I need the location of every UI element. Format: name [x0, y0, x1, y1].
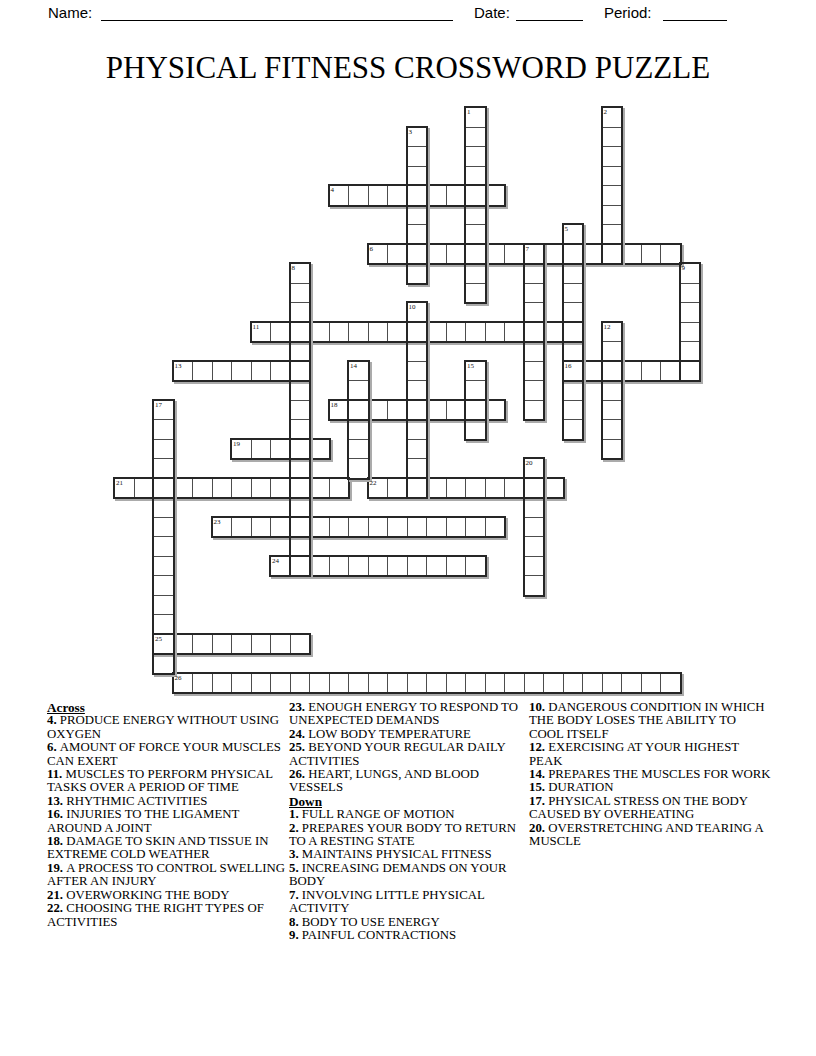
crossword-grid: 1234567891011121314151617181920212223242… — [114, 107, 702, 695]
cell-number-17: 17 — [155, 402, 162, 409]
clue-number-label: 2. — [289, 821, 302, 835]
grid-cell[interactable] — [290, 341, 311, 362]
period-label: Period: — [604, 4, 652, 21]
cell-number-2: 2 — [604, 109, 608, 116]
grid-cell[interactable] — [251, 634, 272, 655]
grid-cell[interactable] — [387, 556, 408, 577]
grid-cell[interactable] — [153, 419, 174, 440]
grid-cell[interactable] — [173, 634, 194, 655]
grid-cell[interactable] — [524, 263, 545, 284]
grid-cell[interactable] — [348, 517, 369, 538]
grid-cell[interactable] — [212, 361, 233, 382]
grid-cell[interactable] — [407, 244, 428, 265]
grid-cell[interactable] — [251, 673, 272, 694]
grid-cell[interactable] — [524, 380, 545, 401]
grid-cell[interactable] — [270, 634, 291, 655]
grid-cell[interactable] — [446, 185, 467, 206]
cell-number-8: 8 — [292, 265, 296, 272]
grid-cell[interactable] — [290, 556, 311, 577]
grid-cell[interactable] — [524, 283, 545, 304]
grid-cell[interactable] — [270, 439, 291, 460]
across-heading: Across — [47, 701, 285, 714]
grid-cell[interactable] — [602, 224, 623, 245]
grid-cell[interactable] — [329, 322, 350, 343]
grid-cell[interactable] — [446, 322, 467, 343]
grid-cell[interactable] — [270, 478, 291, 499]
grid-cell[interactable] — [621, 673, 642, 694]
cell-number-13: 13 — [175, 363, 182, 370]
clue-number-label: 8. — [289, 915, 302, 929]
cell-number-5: 5 — [565, 226, 569, 233]
grid-cell[interactable] — [407, 146, 428, 167]
grid-cell[interactable] — [446, 478, 467, 499]
clue-21: 21. OVERWORKING THE BODY — [47, 889, 285, 902]
grid-cell[interactable] — [582, 244, 603, 265]
grid-cell[interactable] — [270, 361, 291, 382]
grid-cell[interactable] — [602, 127, 623, 148]
grid-cell[interactable] — [231, 673, 252, 694]
grid-cell[interactable] — [524, 478, 545, 499]
grid-cell[interactable] — [407, 439, 428, 460]
clue-number-label: 23. — [289, 700, 308, 714]
grid-cell[interactable] — [368, 673, 389, 694]
grid-cell[interactable] — [485, 517, 506, 538]
clue-4: 4. PRODUCE ENERGY WITHOUT USING OXYGEN — [47, 714, 285, 741]
page-title: PHYSICAL FITNESS CROSSWORD PUZZLE — [0, 50, 816, 86]
grid-cell[interactable] — [602, 361, 623, 382]
grid-cell[interactable] — [582, 361, 603, 382]
grid-cell[interactable] — [504, 673, 525, 694]
grid-cell[interactable] — [446, 244, 467, 265]
grid-cell[interactable] — [329, 556, 350, 577]
clue-26: 26. HEART, LUNGS, AND BLOOD VESSELS — [289, 768, 526, 795]
grid-cell[interactable] — [192, 634, 213, 655]
grid-cell[interactable] — [485, 322, 506, 343]
grid-cell[interactable] — [621, 244, 642, 265]
grid-cell[interactable] — [153, 458, 174, 479]
grid-cell[interactable] — [134, 478, 155, 499]
grid-cell[interactable] — [212, 673, 233, 694]
grid-cell[interactable] — [524, 556, 545, 577]
grid-cell[interactable] — [543, 478, 564, 499]
down-heading: Down — [289, 795, 526, 808]
grid-cell[interactable] — [270, 673, 291, 694]
grid-cell[interactable] — [543, 244, 564, 265]
grid-cell[interactable] — [485, 478, 506, 499]
cell-number-24: 24 — [272, 558, 279, 565]
name-blank-line[interactable] — [101, 20, 453, 21]
clue-5: 5. INCREASING DEMANDS ON YOUR BODY — [289, 862, 526, 889]
grid-cell[interactable] — [641, 673, 662, 694]
grid-cell[interactable] — [407, 224, 428, 245]
grid-cell[interactable] — [387, 322, 408, 343]
grid-cell[interactable] — [251, 478, 272, 499]
period-blank-line[interactable] — [663, 20, 727, 21]
grid-cell[interactable] — [368, 400, 389, 421]
grid-cell[interactable] — [407, 166, 428, 187]
grid-cell[interactable] — [290, 361, 311, 382]
clue-19: 19. A PROCESS TO CONTROL SWELLING AFTER … — [47, 862, 285, 889]
grid-cell[interactable] — [602, 244, 623, 265]
grid-cell[interactable] — [446, 673, 467, 694]
cell-number-16: 16 — [565, 363, 572, 370]
grid-cell[interactable] — [524, 302, 545, 323]
grid-cell[interactable] — [524, 361, 545, 382]
grid-cell[interactable] — [192, 478, 213, 499]
grid-cell[interactable] — [290, 400, 311, 421]
clue-7: 7. INVOLVING LITTLE PHYSICAL ACTIVITY — [289, 889, 526, 916]
grid-cell[interactable] — [368, 517, 389, 538]
grid-cell[interactable] — [563, 263, 584, 284]
grid-cell[interactable] — [543, 322, 564, 343]
clue-number-label: 11. — [47, 767, 66, 781]
grid-cell[interactable] — [660, 673, 681, 694]
grid-cell[interactable] — [348, 419, 369, 440]
grid-cell[interactable] — [290, 439, 311, 460]
clue-25: 25. BEYOND YOUR REGULAR DAILY ACTIVITIES — [289, 741, 526, 768]
grid-cell[interactable] — [407, 361, 428, 382]
grid-cell[interactable] — [153, 653, 174, 674]
grid-cell[interactable] — [348, 556, 369, 577]
clue-number-label: 25. — [289, 740, 308, 754]
clue-14: 14. PREPARES THE MUSCLES FOR WORK — [529, 768, 771, 781]
grid-cell[interactable] — [407, 185, 428, 206]
cell-number-20: 20 — [526, 460, 533, 467]
grid-cell[interactable] — [465, 166, 486, 187]
grid-cell[interactable] — [231, 517, 252, 538]
grid-cell[interactable] — [329, 517, 350, 538]
clue-number-label: 21. — [47, 888, 66, 902]
grid-cell[interactable] — [563, 244, 584, 265]
grid-cell[interactable] — [426, 244, 447, 265]
grid-cell[interactable] — [153, 536, 174, 557]
grid-cell[interactable] — [465, 380, 486, 401]
grid-cell[interactable] — [407, 322, 428, 343]
grid-cell[interactable] — [407, 673, 428, 694]
grid-cell[interactable] — [602, 185, 623, 206]
grid-cell[interactable] — [407, 458, 428, 479]
grid-cell[interactable] — [543, 673, 564, 694]
grid-cell[interactable] — [660, 361, 681, 382]
grid-cell[interactable] — [290, 283, 311, 304]
grid-cell[interactable] — [192, 673, 213, 694]
grid-cell[interactable] — [465, 185, 486, 206]
grid-cell[interactable] — [348, 673, 369, 694]
grid-cell[interactable] — [563, 283, 584, 304]
grid-cell[interactable] — [582, 673, 603, 694]
grid-cell[interactable] — [602, 205, 623, 226]
grid-cell[interactable] — [290, 634, 311, 655]
grid-cell[interactable] — [602, 166, 623, 187]
grid-cell[interactable] — [621, 361, 642, 382]
grid-cell[interactable] — [563, 419, 584, 440]
grid-cell[interactable] — [426, 556, 447, 577]
clue-6: 6. AMOUNT OF FORCE YOUR MUSCLES CAN EXER… — [47, 741, 285, 768]
grid-cell[interactable] — [465, 556, 486, 577]
grid-cell[interactable] — [251, 361, 272, 382]
grid-cell[interactable] — [368, 185, 389, 206]
grid-cell[interactable] — [602, 673, 623, 694]
grid-cell[interactable] — [387, 400, 408, 421]
grid-cell[interactable] — [563, 302, 584, 323]
grid-cell[interactable] — [309, 517, 330, 538]
grid-cell[interactable] — [212, 478, 233, 499]
grid-cell[interactable] — [348, 380, 369, 401]
cell-number-9: 9 — [682, 265, 686, 272]
clue-number-label: 9. — [289, 928, 302, 942]
grid-cell[interactable] — [192, 361, 213, 382]
grid-cell[interactable] — [680, 341, 701, 362]
grid-cell[interactable] — [309, 673, 330, 694]
grid-cell[interactable] — [465, 146, 486, 167]
grid-cell[interactable] — [504, 244, 525, 265]
grid-cell[interactable] — [465, 478, 486, 499]
grid-cell[interactable] — [485, 673, 506, 694]
cell-number-12: 12 — [604, 324, 611, 331]
grid-cell[interactable] — [524, 400, 545, 421]
grid-cell[interactable] — [465, 419, 486, 440]
clue-number-label: 22. — [47, 901, 66, 915]
clue-number-label: 18. — [47, 834, 66, 848]
grid-cell[interactable] — [290, 478, 311, 499]
grid-cell[interactable] — [485, 185, 506, 206]
grid-cell[interactable] — [524, 517, 545, 538]
grid-cell[interactable] — [153, 556, 174, 577]
clue-number-label: 24. — [289, 727, 308, 741]
grid-cell[interactable] — [368, 322, 389, 343]
name-label: Name: — [48, 4, 92, 21]
clue-number-label: 4. — [47, 713, 60, 727]
grid-cell[interactable] — [290, 673, 311, 694]
grid-cell[interactable] — [348, 185, 369, 206]
grid-cell[interactable] — [270, 322, 291, 343]
grid-cell[interactable] — [446, 400, 467, 421]
cell-number-6: 6 — [370, 246, 374, 253]
clue-3: 3. MAINTAINS PHYSICAL FITNESS — [289, 848, 526, 861]
grid-cell[interactable] — [153, 439, 174, 460]
grid-cell[interactable] — [290, 458, 311, 479]
grid-cell[interactable] — [602, 146, 623, 167]
grid-cell[interactable] — [407, 478, 428, 499]
grid-cell[interactable] — [524, 673, 545, 694]
grid-cell[interactable] — [407, 263, 428, 284]
clue-number-label: 14. — [529, 767, 548, 781]
grid-cell[interactable] — [231, 634, 252, 655]
grid-cell[interactable] — [407, 517, 428, 538]
grid-cell[interactable] — [290, 322, 311, 343]
clue-number-label: 7. — [289, 888, 302, 902]
grid-cell[interactable] — [153, 595, 174, 616]
grid-cell[interactable] — [290, 380, 311, 401]
clue-number-label: 12. — [529, 740, 548, 754]
cell-number-18: 18 — [331, 402, 338, 409]
grid-cell[interactable] — [153, 614, 174, 635]
grid-cell[interactable] — [602, 439, 623, 460]
grid-cell[interactable] — [465, 263, 486, 284]
grid-cell[interactable] — [426, 673, 447, 694]
clue-16: 16. INJURIES TO THE LIGAMENT AROUND A JO… — [47, 808, 285, 835]
cell-number-10: 10 — [409, 304, 416, 311]
grid-cell[interactable] — [524, 575, 545, 596]
grid-cell[interactable] — [153, 575, 174, 596]
cell-number-1: 1 — [467, 109, 471, 116]
clue-24: 24. LOW BODY TEMPERATURE — [289, 728, 526, 741]
grid-cell[interactable] — [387, 478, 408, 499]
grid-cell[interactable] — [153, 478, 174, 499]
cell-number-14: 14 — [350, 363, 357, 370]
clue-number-label: 10. — [529, 700, 548, 714]
grid-cell[interactable] — [524, 536, 545, 557]
clue-column-3: 10. DANGEROUS CONDITION IN WHICH THE BOD… — [529, 701, 771, 848]
clue-number-label: 19. — [47, 861, 66, 875]
grid-cell[interactable] — [426, 322, 447, 343]
grid-cell[interactable] — [387, 185, 408, 206]
cell-number-15: 15 — [467, 363, 474, 370]
grid-cell[interactable] — [602, 400, 623, 421]
grid-cell[interactable] — [641, 244, 662, 265]
grid-cell[interactable] — [329, 673, 350, 694]
cell-number-11: 11 — [253, 324, 260, 331]
grid-cell[interactable] — [602, 380, 623, 401]
cell-number-25: 25 — [155, 636, 162, 643]
grid-cell[interactable] — [290, 497, 311, 518]
grid-cell[interactable] — [270, 517, 291, 538]
grid-cell[interactable] — [563, 380, 584, 401]
cell-number-4: 4 — [331, 187, 335, 194]
clue-13: 13. RHYTHMIC ACTIVITIES — [47, 795, 285, 808]
grid-cell[interactable] — [602, 419, 623, 440]
grid-cell[interactable] — [348, 439, 369, 460]
grid-cell[interactable] — [387, 517, 408, 538]
grid-cell[interactable] — [329, 478, 350, 499]
grid-cell[interactable] — [231, 361, 252, 382]
clue-number-label: 3. — [289, 847, 302, 861]
grid-cell[interactable] — [680, 361, 701, 382]
grid-cell[interactable] — [348, 322, 369, 343]
grid-cell[interactable] — [173, 478, 194, 499]
grid-cell[interactable] — [465, 127, 486, 148]
grid-cell[interactable] — [231, 478, 252, 499]
grid-cell[interactable] — [153, 517, 174, 538]
grid-cell[interactable] — [465, 673, 486, 694]
grid-cell[interactable] — [309, 322, 330, 343]
grid-cell[interactable] — [680, 322, 701, 343]
grid-cell[interactable] — [309, 439, 330, 460]
grid-cell[interactable] — [524, 341, 545, 362]
clue-9: 9. PAINFUL CONTRACTIONS — [289, 929, 526, 942]
grid-cell[interactable] — [348, 400, 369, 421]
grid-cell[interactable] — [407, 556, 428, 577]
cell-number-7: 7 — [526, 246, 530, 253]
grid-cell[interactable] — [524, 497, 545, 518]
cell-number-21: 21 — [116, 480, 123, 487]
clue-number-label: 6. — [47, 740, 60, 754]
grid-cell[interactable] — [563, 400, 584, 421]
grid-cell[interactable] — [680, 302, 701, 323]
grid-cell[interactable] — [504, 322, 525, 343]
grid-cell[interactable] — [251, 517, 272, 538]
grid-cell[interactable] — [660, 244, 681, 265]
grid-cell[interactable] — [563, 322, 584, 343]
clue-20: 20. OVERSTRETCHING AND TEARING A MUSCLE — [529, 822, 771, 849]
grid-cell[interactable] — [485, 244, 506, 265]
cell-number-19: 19 — [233, 441, 240, 448]
grid-cell[interactable] — [563, 673, 584, 694]
cell-number-26: 26 — [175, 675, 182, 682]
grid-cell[interactable] — [407, 419, 428, 440]
grid-cell[interactable] — [290, 536, 311, 557]
grid-cell[interactable] — [387, 244, 408, 265]
grid-cell[interactable] — [465, 244, 486, 265]
grid-cell[interactable] — [465, 517, 486, 538]
clue-23: 23. ENOUGH ENERGY TO RESPOND TO UNEXPECT… — [289, 701, 526, 728]
clue-2: 2. PREPARES YOUR BODY TO RETURN TO A RES… — [289, 822, 526, 849]
grid-cell[interactable] — [407, 400, 428, 421]
grid-cell[interactable] — [290, 302, 311, 323]
grid-cell[interactable] — [602, 341, 623, 362]
grid-cell[interactable] — [407, 380, 428, 401]
grid-cell[interactable] — [290, 419, 311, 440]
grid-cell[interactable] — [563, 341, 584, 362]
grid-cell[interactable] — [504, 478, 525, 499]
grid-cell[interactable] — [465, 224, 486, 245]
clue-1: 1. FULL RANGE OF MOTION — [289, 808, 526, 821]
grid-cell[interactable] — [680, 283, 701, 304]
clue-number-label: 16. — [47, 807, 66, 821]
grid-cell[interactable] — [485, 400, 506, 421]
grid-cell[interactable] — [465, 205, 486, 226]
date-blank-line[interactable] — [516, 20, 583, 21]
grid-cell[interactable] — [465, 283, 486, 304]
grid-cell[interactable] — [387, 673, 408, 694]
grid-cell[interactable] — [407, 341, 428, 362]
grid-cell[interactable] — [426, 185, 447, 206]
grid-cell[interactable] — [212, 634, 233, 655]
grid-cell[interactable] — [290, 517, 311, 538]
clue-22: 22. CHOOSING THE RIGHT TYPES OF ACTIVITI… — [47, 902, 285, 929]
worksheet-page: Name: Date: Period: PHYSICAL FITNESS CRO… — [0, 0, 816, 1056]
clue-number-label: 1. — [289, 807, 302, 821]
clue-number-label: 5. — [289, 861, 302, 875]
grid-cell[interactable] — [407, 205, 428, 226]
grid-cell[interactable] — [465, 400, 486, 421]
clue-12: 12. EXERCISING AT YOUR HIGHEST PEAK — [529, 741, 771, 768]
grid-cell[interactable] — [251, 439, 272, 460]
date-label: Date: — [474, 4, 510, 21]
grid-cell[interactable] — [368, 556, 389, 577]
grid-cell[interactable] — [524, 322, 545, 343]
grid-cell[interactable] — [426, 517, 447, 538]
grid-cell[interactable] — [348, 458, 369, 479]
cell-number-23: 23 — [214, 519, 221, 526]
grid-cell[interactable] — [309, 478, 330, 499]
clue-column-1: Across4. PRODUCE ENERGY WITHOUT USING OX… — [47, 701, 285, 929]
grid-cell[interactable] — [446, 556, 467, 577]
grid-cell[interactable] — [426, 478, 447, 499]
grid-cell[interactable] — [426, 400, 447, 421]
clue-8: 8. BODY TO USE ENERGY — [289, 916, 526, 929]
clue-17: 17. PHYSICAL STRESS ON THE BODY CAUSED B… — [529, 795, 771, 822]
grid-cell[interactable] — [309, 556, 330, 577]
clue-10: 10. DANGEROUS CONDITION IN WHICH THE BOD… — [529, 701, 771, 741]
clue-11: 11. MUSCLES TO PERFORM PHYSICAL TASKS OV… — [47, 768, 285, 795]
cell-number-3: 3 — [409, 129, 413, 136]
grid-cell[interactable] — [446, 517, 467, 538]
grid-cell[interactable] — [153, 497, 174, 518]
grid-cell[interactable] — [465, 322, 486, 343]
grid-cell[interactable] — [641, 361, 662, 382]
clue-number-label: 17. — [529, 794, 548, 808]
